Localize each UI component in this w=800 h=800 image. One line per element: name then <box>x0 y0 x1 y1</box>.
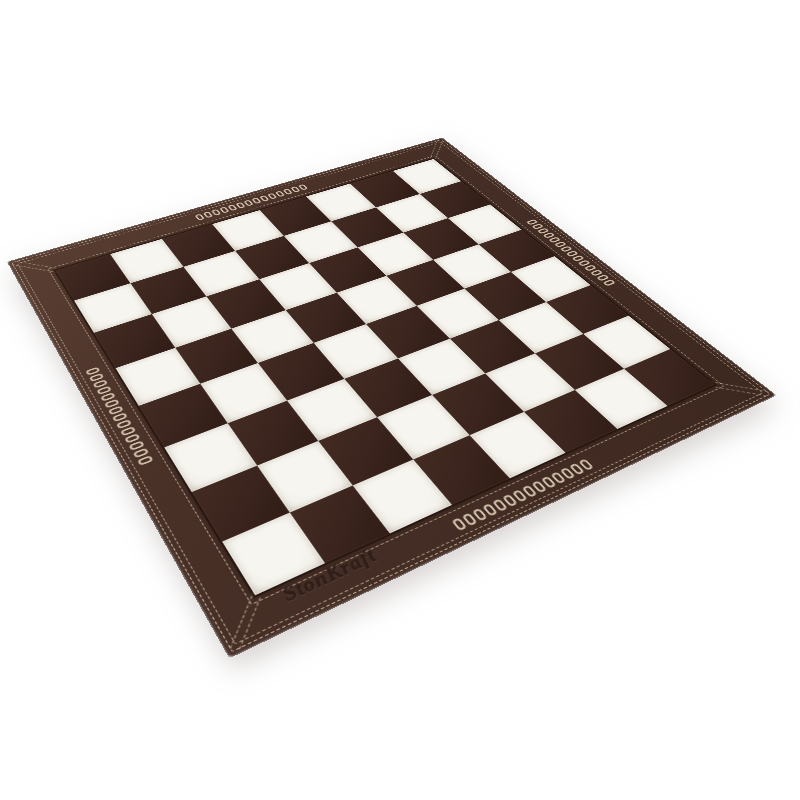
chain-link <box>210 209 220 216</box>
chain-link <box>559 246 572 252</box>
chain-link <box>577 260 590 267</box>
corner-stitch <box>715 387 766 397</box>
chain-link <box>542 232 555 238</box>
chain-link <box>115 419 131 429</box>
chain-link <box>550 471 566 483</box>
chain-link <box>107 405 123 415</box>
chain-link <box>132 448 148 458</box>
chain-link <box>290 186 300 192</box>
chain-link <box>100 392 116 401</box>
chain-link <box>88 373 103 382</box>
chain-link <box>227 204 237 211</box>
chain-link <box>136 455 153 466</box>
chain-link <box>194 214 204 221</box>
chain-link <box>235 202 245 209</box>
chain-link <box>589 269 602 276</box>
chain-link <box>461 513 477 526</box>
chain-link <box>92 379 107 388</box>
chain-link <box>471 508 487 521</box>
chain-link <box>202 211 212 218</box>
chain-link <box>540 476 556 488</box>
chain-link <box>511 489 527 502</box>
chain-link <box>491 498 507 511</box>
chain-link <box>119 426 135 436</box>
chain-link <box>259 195 269 201</box>
chain-link <box>565 250 578 257</box>
chain-link <box>596 274 609 281</box>
chain-link <box>525 219 537 225</box>
chain-link <box>267 193 277 199</box>
chain-link <box>243 200 253 207</box>
chessboard-surface: StonKraft <box>8 138 775 657</box>
chain-link <box>481 503 497 516</box>
chain-link <box>559 467 575 479</box>
chain-link <box>577 459 593 471</box>
chain-link <box>251 197 261 204</box>
chain-link <box>128 440 144 450</box>
chain-link <box>530 480 546 493</box>
chain-link <box>219 207 229 214</box>
chain-link <box>536 228 549 234</box>
chain-link <box>103 399 119 408</box>
corner-stitch <box>16 261 56 268</box>
chain-link <box>85 367 100 376</box>
chain-link <box>124 433 140 443</box>
chain-link <box>274 191 284 197</box>
chain-link <box>297 184 307 190</box>
chain-link <box>531 223 543 229</box>
product-photo: StonKraft <box>0 0 800 800</box>
chain-link <box>111 412 127 422</box>
chain-link <box>568 463 584 475</box>
chain-link <box>548 237 561 243</box>
chain-link <box>282 188 292 194</box>
chain-link <box>583 264 596 271</box>
chessboard: StonKraft <box>0 0 800 800</box>
chain-link <box>501 494 517 507</box>
chain-link <box>451 517 467 531</box>
chain-link <box>96 386 111 395</box>
chain-link <box>521 485 537 498</box>
chain-link <box>602 279 615 286</box>
chain-link <box>553 241 566 247</box>
playing-field <box>55 159 714 595</box>
chain-link <box>571 255 584 262</box>
corner-stitch <box>12 264 57 272</box>
